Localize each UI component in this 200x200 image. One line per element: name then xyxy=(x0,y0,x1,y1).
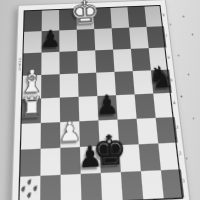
square xyxy=(110,7,129,28)
white-king-d8: ♚ xyxy=(70,0,101,29)
board-brand-text: CHESS xyxy=(17,58,22,71)
square xyxy=(127,7,146,28)
square xyxy=(121,171,143,200)
square xyxy=(135,94,156,119)
board-grid: ♞♞♞♞♚♟♝♞♜♟♟♟♚ xyxy=(19,6,181,200)
square xyxy=(20,149,40,177)
square xyxy=(59,30,77,52)
square xyxy=(139,143,161,171)
rank-label: 2 xyxy=(179,151,182,156)
rank-label: 8 xyxy=(162,14,165,18)
white-rook-a4: ♜ xyxy=(19,92,45,122)
square xyxy=(40,175,61,200)
square xyxy=(77,50,96,73)
square xyxy=(129,27,149,49)
rank-label: 6 xyxy=(167,55,170,59)
chessboard-photo: CHESS ♞♞♞♞♚♟♝♞♜♟♟♟♚ abcdefgh 87654321 xyxy=(0,0,200,200)
rank-label: 7 xyxy=(165,34,168,38)
square xyxy=(21,123,41,150)
file-label: f xyxy=(130,199,132,200)
square xyxy=(94,28,113,50)
square xyxy=(59,51,78,74)
black-pawn-e4: ♟ xyxy=(95,91,119,119)
square xyxy=(77,29,95,51)
square xyxy=(101,172,123,200)
board-perspective-wrap: CHESS ♞♞♞♞♚♟♝♞♜♟♟♟♚ abcdefgh 87654321 xyxy=(11,0,191,200)
square xyxy=(95,50,114,73)
rank-label: 3 xyxy=(176,125,179,130)
square xyxy=(81,173,102,200)
square xyxy=(113,49,133,72)
file-label: h xyxy=(170,197,173,200)
rank-label: 5 xyxy=(170,78,173,83)
vinyl-board: CHESS ♞♞♞♞♚♟♝♞♜♟♟♟♚ abcdefgh 87654321 xyxy=(11,0,191,200)
square xyxy=(40,148,60,176)
file-label: e xyxy=(110,199,113,200)
rank-label: 4 xyxy=(173,101,176,106)
square xyxy=(112,28,131,50)
file-label: g xyxy=(150,198,153,200)
square xyxy=(60,73,79,97)
rank-label: 1 xyxy=(182,178,185,183)
black-king-e2: ♚ xyxy=(92,129,129,172)
black-pawn-b7: ♟ xyxy=(40,27,62,51)
dust-speckles xyxy=(0,0,1,1)
square xyxy=(61,174,82,200)
square xyxy=(137,118,159,144)
